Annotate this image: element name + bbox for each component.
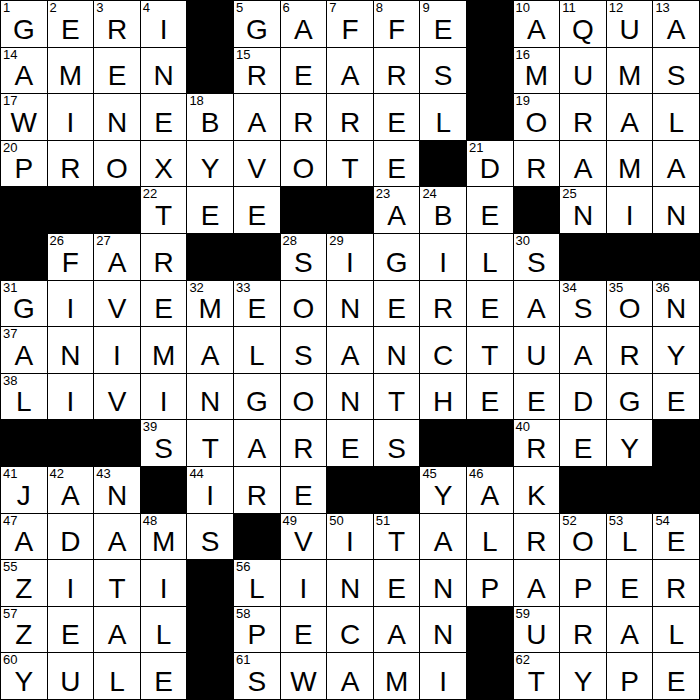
- black-cell: [467, 653, 513, 699]
- letter-cell[interactable]: E: [374, 141, 420, 187]
- letter-cell[interactable]: A: [514, 281, 560, 327]
- black-cell: [187, 48, 233, 94]
- letter-cell[interactable]: R: [48, 141, 94, 187]
- cell-letter: O: [281, 388, 327, 416]
- cell-letter: S: [560, 295, 606, 323]
- letter-cell[interactable]: O: [281, 141, 327, 187]
- letter-cell[interactable]: 42A: [48, 467, 94, 513]
- cell-letter: L: [607, 528, 653, 556]
- cell-letter: T: [467, 342, 513, 370]
- letter-cell[interactable]: A: [607, 607, 653, 653]
- letter-cell[interactable]: N: [374, 327, 420, 373]
- letter-cell[interactable]: L: [94, 653, 140, 699]
- letter-cell[interactable]: S: [420, 48, 466, 94]
- letter-cell[interactable]: A: [94, 607, 140, 653]
- cell-letter: R: [281, 435, 327, 463]
- cell-letter: R: [374, 62, 420, 90]
- cell-letter: V: [234, 155, 280, 183]
- letter-cell[interactable]: N: [48, 327, 94, 373]
- cell-letter: E: [234, 295, 280, 323]
- black-cell: [467, 1, 513, 47]
- letter-cell[interactable]: T: [374, 374, 420, 420]
- letter-cell[interactable]: L: [234, 327, 280, 373]
- letter-cell[interactable]: 5G: [234, 1, 280, 47]
- letter-cell[interactable]: N: [327, 374, 373, 420]
- clue-number: 8: [376, 1, 383, 16]
- letter-cell[interactable]: A: [327, 653, 373, 699]
- cell-letter: N: [653, 202, 699, 230]
- cell-letter: T: [374, 388, 420, 416]
- cell-letter: V: [281, 528, 327, 556]
- letter-cell[interactable]: C: [327, 607, 373, 653]
- letter-cell[interactable]: C: [420, 327, 466, 373]
- letter-cell[interactable]: 27A: [94, 234, 140, 280]
- letter-cell[interactable]: 4I: [141, 1, 187, 47]
- letter-cell[interactable]: S: [281, 327, 327, 373]
- letter-cell[interactable]: R: [653, 560, 699, 606]
- letter-cell[interactable]: P: [467, 560, 513, 606]
- letter-cell[interactable]: A: [187, 327, 233, 373]
- letter-cell[interactable]: A: [327, 48, 373, 94]
- letter-cell[interactable]: R: [514, 141, 560, 187]
- cell-letter: P: [607, 668, 653, 696]
- cell-letter: I: [420, 668, 466, 696]
- letter-cell[interactable]: 22T: [141, 187, 187, 233]
- letter-cell[interactable]: R: [514, 514, 560, 560]
- cell-letter: R: [514, 155, 560, 183]
- letter-cell[interactable]: R: [374, 48, 420, 94]
- letter-cell[interactable]: I: [48, 281, 94, 327]
- letter-cell[interactable]: X: [141, 141, 187, 187]
- letter-cell[interactable]: 1G: [1, 1, 47, 47]
- letter-cell[interactable]: E: [327, 420, 373, 466]
- cell-letter: J: [1, 482, 47, 510]
- letter-cell[interactable]: U: [514, 327, 560, 373]
- cell-letter: L: [141, 621, 187, 649]
- cell-letter: S: [514, 249, 560, 277]
- letter-cell[interactable]: W: [281, 653, 327, 699]
- letter-cell[interactable]: T: [94, 560, 140, 606]
- cell-letter: D: [48, 528, 94, 556]
- letter-cell[interactable]: 26F: [48, 234, 94, 280]
- letter-cell[interactable]: 49V: [281, 514, 327, 560]
- cell-letter: R: [607, 342, 653, 370]
- letter-cell[interactable]: 17W: [1, 94, 47, 140]
- cell-letter: P: [467, 575, 513, 603]
- cell-letter: E: [467, 202, 513, 230]
- letter-cell[interactable]: E: [141, 653, 187, 699]
- black-cell: [1, 234, 47, 280]
- letter-cell[interactable]: L: [653, 94, 699, 140]
- cell-letter: Y: [187, 155, 233, 183]
- letter-cell[interactable]: I: [281, 560, 327, 606]
- letter-cell[interactable]: 31G: [1, 281, 47, 327]
- letter-cell[interactable]: E: [607, 560, 653, 606]
- cell-letter: U: [607, 16, 653, 44]
- cell-letter: S: [141, 435, 187, 463]
- letter-cell[interactable]: 46A: [467, 467, 513, 513]
- cell-letter: N: [374, 342, 420, 370]
- cell-letter: R: [560, 621, 606, 649]
- letter-cell[interactable]: L: [467, 514, 513, 560]
- letter-cell[interactable]: I: [48, 560, 94, 606]
- letter-cell[interactable]: P: [560, 560, 606, 606]
- letter-cell[interactable]: E: [187, 187, 233, 233]
- letter-cell[interactable]: I: [48, 374, 94, 420]
- cell-letter: S: [281, 342, 327, 370]
- letter-cell[interactable]: R: [420, 281, 466, 327]
- letter-cell[interactable]: T: [467, 327, 513, 373]
- cell-letter: R: [234, 482, 280, 510]
- letter-cell[interactable]: N: [94, 94, 140, 140]
- cell-letter: E: [141, 668, 187, 696]
- letter-cell[interactable]: 38L: [1, 374, 47, 420]
- letter-cell[interactable]: 54E: [653, 514, 699, 560]
- cell-letter: E: [141, 295, 187, 323]
- cell-letter: O: [514, 109, 560, 137]
- letter-cell[interactable]: 25N: [560, 187, 606, 233]
- black-cell: [560, 467, 606, 513]
- cell-letter: R: [281, 109, 327, 137]
- letter-cell[interactable]: 8F: [374, 1, 420, 47]
- letter-cell[interactable]: T: [327, 141, 373, 187]
- cell-letter: N: [327, 388, 373, 416]
- letter-cell[interactable]: T: [187, 420, 233, 466]
- letter-cell[interactable]: 56L: [234, 560, 280, 606]
- cell-letter: O: [281, 155, 327, 183]
- letter-cell[interactable]: A: [94, 514, 140, 560]
- cell-letter: A: [1, 62, 47, 90]
- cell-letter: N: [420, 575, 466, 603]
- letter-cell[interactable]: 19O: [514, 94, 560, 140]
- letter-cell[interactable]: E: [653, 653, 699, 699]
- letter-cell[interactable]: 7F: [327, 1, 373, 47]
- letter-cell[interactable]: 33E: [234, 281, 280, 327]
- cell-letter: R: [420, 295, 466, 323]
- letter-cell[interactable]: A: [420, 514, 466, 560]
- letter-cell[interactable]: 41J: [1, 467, 47, 513]
- letter-cell[interactable]: R: [607, 327, 653, 373]
- cell-letter: Y: [560, 668, 606, 696]
- letter-cell[interactable]: 43N: [94, 467, 140, 513]
- cell-letter: A: [467, 482, 513, 510]
- cell-letter: A: [281, 16, 327, 44]
- letter-cell[interactable]: 2E: [48, 1, 94, 47]
- letter-cell[interactable]: 58P: [234, 607, 280, 653]
- letter-cell[interactable]: K: [514, 467, 560, 513]
- letter-cell[interactable]: E: [141, 281, 187, 327]
- cell-letter: X: [141, 155, 187, 183]
- letter-cell[interactable]: U: [560, 48, 606, 94]
- letter-cell[interactable]: E: [467, 281, 513, 327]
- letter-cell[interactable]: 37A: [1, 327, 47, 373]
- cell-letter: R: [514, 528, 560, 556]
- letter-cell[interactable]: E: [467, 187, 513, 233]
- letter-cell[interactable]: A: [560, 141, 606, 187]
- cell-letter: N: [327, 295, 373, 323]
- letter-cell[interactable]: 52O: [560, 514, 606, 560]
- cell-letter: F: [327, 16, 373, 44]
- cell-letter: E: [653, 528, 699, 556]
- cell-letter: E: [653, 388, 699, 416]
- cell-letter: I: [48, 109, 94, 137]
- letter-cell[interactable]: U: [48, 653, 94, 699]
- letter-cell[interactable]: E: [374, 560, 420, 606]
- letter-cell[interactable]: E: [48, 607, 94, 653]
- letter-cell[interactable]: O: [281, 374, 327, 420]
- cell-letter: E: [467, 388, 513, 416]
- letter-cell[interactable]: 36N: [653, 281, 699, 327]
- cell-letter: R: [141, 249, 187, 277]
- letter-cell[interactable]: N: [327, 281, 373, 327]
- letter-cell[interactable]: G: [607, 374, 653, 420]
- cell-letter: L: [1, 388, 47, 416]
- cell-letter: Z: [1, 621, 47, 649]
- letter-cell[interactable]: R: [281, 420, 327, 466]
- letter-cell[interactable]: 20P: [1, 141, 47, 187]
- letter-cell[interactable]: N: [420, 607, 466, 653]
- cell-letter: T: [94, 575, 140, 603]
- letter-cell[interactable]: 28S: [281, 234, 327, 280]
- letter-cell[interactable]: R: [234, 467, 280, 513]
- letter-cell[interactable]: 55Z: [1, 560, 47, 606]
- letter-cell[interactable]: N: [420, 560, 466, 606]
- letter-cell[interactable]: I: [141, 374, 187, 420]
- letter-cell[interactable]: G: [234, 374, 280, 420]
- cell-letter: E: [281, 482, 327, 510]
- letter-cell[interactable]: I: [607, 187, 653, 233]
- letter-cell[interactable]: 10A: [514, 1, 560, 47]
- cell-letter: I: [187, 482, 233, 510]
- cell-letter: A: [607, 621, 653, 649]
- letter-cell[interactable]: 14A: [1, 48, 47, 94]
- letter-cell[interactable]: M: [141, 327, 187, 373]
- letter-cell[interactable]: A: [327, 327, 373, 373]
- cell-letter: E: [234, 202, 280, 230]
- letter-cell[interactable]: N: [327, 560, 373, 606]
- letter-cell[interactable]: N: [141, 48, 187, 94]
- black-cell: [1, 420, 47, 466]
- cell-letter: E: [187, 202, 233, 230]
- cell-letter: U: [514, 342, 560, 370]
- black-cell: [1, 187, 47, 233]
- letter-cell[interactable]: Y: [187, 141, 233, 187]
- letter-cell[interactable]: 45Y: [420, 467, 466, 513]
- cell-letter: E: [607, 575, 653, 603]
- black-cell: [607, 467, 653, 513]
- letter-cell[interactable]: I: [94, 327, 140, 373]
- letter-cell[interactable]: S: [374, 420, 420, 466]
- cell-letter: N: [327, 575, 373, 603]
- letter-cell[interactable]: E: [281, 467, 327, 513]
- cell-letter: S: [374, 435, 420, 463]
- letter-cell[interactable]: L: [467, 234, 513, 280]
- letter-cell[interactable]: 59U: [514, 607, 560, 653]
- letter-cell[interactable]: 34S: [560, 281, 606, 327]
- letter-cell[interactable]: 11Q: [560, 1, 606, 47]
- letter-cell[interactable]: G: [374, 234, 420, 280]
- letter-cell[interactable]: E: [514, 374, 560, 420]
- letter-cell[interactable]: 24B: [420, 187, 466, 233]
- letter-cell[interactable]: Y: [653, 327, 699, 373]
- letter-cell[interactable]: A: [560, 327, 606, 373]
- black-cell: [327, 187, 373, 233]
- cell-letter: L: [94, 668, 140, 696]
- letter-cell[interactable]: E: [281, 48, 327, 94]
- letter-cell[interactable]: N: [653, 187, 699, 233]
- cell-letter: L: [234, 342, 280, 370]
- letter-cell[interactable]: E: [467, 374, 513, 420]
- letter-cell[interactable]: 40R: [514, 420, 560, 466]
- cell-letter: T: [141, 202, 187, 230]
- cell-letter: R: [514, 435, 560, 463]
- letter-cell[interactable]: 44I: [187, 467, 233, 513]
- clue-number: 3: [96, 1, 103, 16]
- cell-letter: A: [1, 342, 47, 370]
- letter-cell[interactable]: 18B: [187, 94, 233, 140]
- letter-cell[interactable]: 15R: [234, 48, 280, 94]
- cell-letter: N: [48, 342, 94, 370]
- cell-letter: A: [234, 109, 280, 137]
- clue-number: 9: [422, 1, 429, 16]
- letter-cell[interactable]: 39S: [141, 420, 187, 466]
- letter-cell[interactable]: 62T: [514, 653, 560, 699]
- cell-letter: O: [607, 295, 653, 323]
- letter-cell[interactable]: 51T: [374, 514, 420, 560]
- cell-letter: Q: [560, 16, 606, 44]
- letter-cell[interactable]: A: [234, 420, 280, 466]
- letter-cell[interactable]: L: [653, 607, 699, 653]
- letter-cell[interactable]: A: [234, 94, 280, 140]
- letter-cell[interactable]: V: [94, 374, 140, 420]
- cell-letter: Y: [607, 435, 653, 463]
- cell-letter: S: [653, 62, 699, 90]
- letter-cell[interactable]: R: [141, 234, 187, 280]
- letter-cell[interactable]: E: [374, 281, 420, 327]
- letter-cell[interactable]: 16M: [514, 48, 560, 94]
- letter-cell[interactable]: M: [607, 48, 653, 94]
- cell-letter: I: [281, 575, 327, 603]
- cell-letter: N: [187, 388, 233, 416]
- cell-letter: M: [607, 155, 653, 183]
- cell-letter: C: [420, 342, 466, 370]
- letter-cell[interactable]: R: [560, 607, 606, 653]
- letter-cell[interactable]: 30S: [514, 234, 560, 280]
- cell-letter: A: [560, 155, 606, 183]
- cell-letter: O: [560, 528, 606, 556]
- cell-letter: R: [653, 575, 699, 603]
- letter-cell[interactable]: H: [420, 374, 466, 420]
- cell-letter: V: [94, 295, 140, 323]
- letter-cell[interactable]: Y: [560, 653, 606, 699]
- letter-cell[interactable]: E: [281, 607, 327, 653]
- letter-cell[interactable]: E: [374, 94, 420, 140]
- letter-cell[interactable]: R: [281, 94, 327, 140]
- letter-cell[interactable]: 35O: [607, 281, 653, 327]
- letter-cell[interactable]: L: [420, 94, 466, 140]
- letter-cell[interactable]: 23A: [374, 187, 420, 233]
- black-cell: [187, 653, 233, 699]
- black-cell: [234, 514, 280, 560]
- letter-cell[interactable]: 3R: [94, 1, 140, 47]
- letter-cell[interactable]: M: [48, 48, 94, 94]
- letter-cell[interactable]: V: [94, 281, 140, 327]
- letter-cell[interactable]: P: [607, 653, 653, 699]
- cell-letter: M: [141, 342, 187, 370]
- letter-cell[interactable]: V: [234, 141, 280, 187]
- cell-letter: N: [653, 295, 699, 323]
- letter-cell[interactable]: 13A: [653, 1, 699, 47]
- letter-cell[interactable]: O: [94, 141, 140, 187]
- letter-cell[interactable]: 57Z: [1, 607, 47, 653]
- letter-cell[interactable]: E: [234, 187, 280, 233]
- letter-cell[interactable]: 6A: [281, 1, 327, 47]
- letter-cell[interactable]: D: [48, 514, 94, 560]
- cell-letter: U: [514, 621, 560, 649]
- cell-letter: P: [1, 155, 47, 183]
- letter-cell[interactable]: 50I: [327, 514, 373, 560]
- letter-cell[interactable]: I: [420, 653, 466, 699]
- letter-cell[interactable]: 60Y: [1, 653, 47, 699]
- letter-cell[interactable]: I: [420, 234, 466, 280]
- cell-letter: M: [141, 528, 187, 556]
- letter-cell[interactable]: 48M: [141, 514, 187, 560]
- letter-cell[interactable]: 12U: [607, 1, 653, 47]
- black-cell: [420, 141, 466, 187]
- letter-cell[interactable]: A: [514, 560, 560, 606]
- letter-cell[interactable]: A: [607, 94, 653, 140]
- cell-letter: A: [327, 62, 373, 90]
- letter-cell[interactable]: 47A: [1, 514, 47, 560]
- letter-cell[interactable]: O: [281, 281, 327, 327]
- letter-cell[interactable]: 29I: [327, 234, 373, 280]
- cell-letter: E: [48, 621, 94, 649]
- cell-letter: I: [420, 249, 466, 277]
- letter-cell[interactable]: A: [374, 607, 420, 653]
- clue-number: 4: [143, 1, 150, 16]
- letter-cell[interactable]: A: [653, 141, 699, 187]
- letter-cell[interactable]: R: [560, 94, 606, 140]
- black-cell: [420, 420, 466, 466]
- letter-cell[interactable]: R: [327, 94, 373, 140]
- letter-cell[interactable]: M: [374, 653, 420, 699]
- letter-cell[interactable]: E: [653, 374, 699, 420]
- cell-letter: K: [514, 482, 560, 510]
- letter-cell[interactable]: D: [560, 374, 606, 420]
- letter-cell[interactable]: Y: [607, 420, 653, 466]
- letter-cell[interactable]: 61S: [234, 653, 280, 699]
- letter-cell[interactable]: 9E: [420, 1, 466, 47]
- letter-cell[interactable]: E: [141, 94, 187, 140]
- letter-cell[interactable]: I: [48, 94, 94, 140]
- letter-cell[interactable]: S: [187, 514, 233, 560]
- cell-letter: A: [94, 621, 140, 649]
- black-cell: [48, 420, 94, 466]
- letter-cell[interactable]: 32M: [187, 281, 233, 327]
- black-cell: [560, 234, 606, 280]
- letter-cell[interactable]: I: [141, 560, 187, 606]
- letter-cell[interactable]: E: [94, 48, 140, 94]
- cell-letter: I: [327, 528, 373, 556]
- letter-cell[interactable]: N: [187, 374, 233, 420]
- letter-cell[interactable]: M: [607, 141, 653, 187]
- letter-cell[interactable]: 53L: [607, 514, 653, 560]
- cell-letter: E: [467, 295, 513, 323]
- letter-cell[interactable]: L: [141, 607, 187, 653]
- letter-cell[interactable]: E: [560, 420, 606, 466]
- letter-cell[interactable]: 21D: [467, 141, 513, 187]
- letter-cell[interactable]: S: [653, 48, 699, 94]
